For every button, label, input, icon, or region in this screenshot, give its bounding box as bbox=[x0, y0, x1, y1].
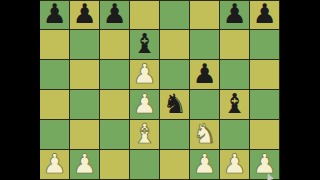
black-pawn[interactable]: ♟ bbox=[192, 60, 216, 88]
square-f6[interactable] bbox=[190, 30, 220, 60]
square-c5[interactable] bbox=[100, 60, 130, 90]
chess-app-screen: ♟♟♟♟♟♝♟♟♟♞♝♝♞♟♟♟♟♟ bbox=[0, 0, 320, 180]
square-c6[interactable] bbox=[100, 30, 130, 60]
square-g2[interactable]: ♟ bbox=[220, 150, 250, 180]
black-bishop[interactable]: ♝ bbox=[132, 30, 156, 58]
square-e5[interactable] bbox=[160, 60, 190, 90]
square-e7[interactable] bbox=[160, 0, 190, 30]
square-c4[interactable] bbox=[100, 90, 130, 120]
square-g3[interactable] bbox=[220, 120, 250, 150]
square-g7[interactable]: ♟ bbox=[220, 0, 250, 30]
square-a2[interactable]: ♟ bbox=[40, 150, 70, 180]
square-g5[interactable] bbox=[220, 60, 250, 90]
square-c2[interactable] bbox=[100, 150, 130, 180]
square-b7[interactable]: ♟ bbox=[70, 0, 100, 30]
square-a3[interactable] bbox=[40, 120, 70, 150]
black-pawn[interactable]: ♟ bbox=[42, 0, 66, 28]
square-d3[interactable]: ♝ bbox=[130, 120, 160, 150]
white-bishop[interactable]: ♝ bbox=[132, 120, 156, 148]
square-c3[interactable] bbox=[100, 120, 130, 150]
right-letterbox bbox=[280, 0, 320, 180]
square-h5[interactable] bbox=[250, 60, 280, 90]
square-f3[interactable]: ♞ bbox=[190, 120, 220, 150]
square-h6[interactable] bbox=[250, 30, 280, 60]
square-g4[interactable]: ♝ bbox=[220, 90, 250, 120]
square-f7[interactable] bbox=[190, 0, 220, 30]
square-h4[interactable] bbox=[250, 90, 280, 120]
square-f5[interactable]: ♟ bbox=[190, 60, 220, 90]
black-pawn[interactable]: ♟ bbox=[72, 0, 96, 28]
square-h3[interactable] bbox=[250, 120, 280, 150]
white-knight[interactable]: ♞ bbox=[192, 120, 216, 148]
black-pawn[interactable]: ♟ bbox=[222, 0, 246, 28]
square-d4[interactable]: ♟ bbox=[130, 90, 160, 120]
square-e3[interactable] bbox=[160, 120, 190, 150]
left-letterbox bbox=[0, 0, 40, 180]
square-f2[interactable]: ♟ bbox=[190, 150, 220, 180]
square-e6[interactable] bbox=[160, 30, 190, 60]
square-b3[interactable] bbox=[70, 120, 100, 150]
square-c7[interactable]: ♟ bbox=[100, 0, 130, 30]
square-d7[interactable] bbox=[130, 0, 160, 30]
square-b2[interactable]: ♟ bbox=[70, 150, 100, 180]
square-e2[interactable] bbox=[160, 150, 190, 180]
black-pawn[interactable]: ♟ bbox=[252, 0, 276, 28]
square-a4[interactable] bbox=[40, 90, 70, 120]
square-a6[interactable] bbox=[40, 30, 70, 60]
white-pawn[interactable]: ♟ bbox=[72, 150, 96, 178]
square-b6[interactable] bbox=[70, 30, 100, 60]
square-f4[interactable] bbox=[190, 90, 220, 120]
square-d2[interactable] bbox=[130, 150, 160, 180]
chess-board: ♟♟♟♟♟♝♟♟♟♞♝♝♞♟♟♟♟♟ bbox=[40, 0, 281, 180]
square-d6[interactable]: ♝ bbox=[130, 30, 160, 60]
white-pawn[interactable]: ♟ bbox=[132, 60, 156, 88]
square-d5[interactable]: ♟ bbox=[130, 60, 160, 90]
square-h7[interactable]: ♟ bbox=[250, 0, 280, 30]
black-pawn[interactable]: ♟ bbox=[102, 0, 126, 28]
square-g6[interactable] bbox=[220, 30, 250, 60]
square-e4[interactable]: ♞ bbox=[160, 90, 190, 120]
black-knight[interactable]: ♞ bbox=[162, 90, 186, 118]
square-b5[interactable] bbox=[70, 60, 100, 90]
square-a5[interactable] bbox=[40, 60, 70, 90]
white-pawn[interactable]: ♟ bbox=[192, 150, 216, 178]
square-b4[interactable] bbox=[70, 90, 100, 120]
white-pawn[interactable]: ♟ bbox=[42, 150, 66, 178]
square-a7[interactable]: ♟ bbox=[40, 0, 70, 30]
white-pawn[interactable]: ♟ bbox=[132, 90, 156, 118]
white-pawn[interactable]: ♟ bbox=[222, 150, 246, 178]
black-bishop[interactable]: ♝ bbox=[222, 90, 246, 118]
